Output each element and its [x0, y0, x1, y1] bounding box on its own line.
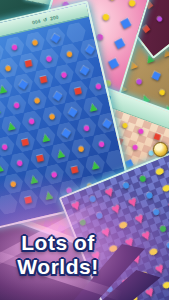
caption-line-2: Worlds! — [2, 255, 114, 279]
timer-badge-icon — [153, 142, 168, 157]
blue-diamond-gem[interactable]: ◆ — [119, 13, 134, 31]
blue-round-candy[interactable]: ● — [93, 207, 106, 223]
board-cell — [0, 193, 20, 216]
yellow-round-gem[interactable]: ● — [106, 0, 119, 4]
promo-screenshot: ●●■●◆▲●◆●■▲▲●◆■▲▲◆■▲◆▲▲●●◆▲▲▲●●▲●◆●◆▲●▲●… — [0, 0, 169, 300]
yellow-round-gem[interactable]: ● — [156, 84, 168, 99]
magenta-round-gem[interactable]: ● — [9, 40, 20, 54]
blue-diamond-gem[interactable]: ◆ — [78, 62, 91, 77]
magenta-round-gem[interactable]: ● — [96, 136, 107, 150]
orange-round-gem[interactable]: ● — [166, 1, 169, 15]
pink-heart-candy[interactable]: ♥ — [166, 196, 169, 213]
orange-round-gem[interactable]: ● — [8, 176, 19, 190]
red-square-gem[interactable]: ■ — [35, 151, 46, 165]
yellow-round-gem[interactable]: ● — [126, 0, 139, 11]
red-square-gem[interactable]: ■ — [20, 135, 31, 149]
yellow-round-gem[interactable]: ● — [100, 7, 113, 24]
orange-round-gem[interactable]: ● — [76, 141, 87, 155]
pink-heart-candy[interactable]: ♥ — [69, 196, 83, 213]
green-round-candy[interactable]: ● — [76, 213, 89, 229]
red-square-gem[interactable]: ■ — [23, 56, 34, 70]
blue-diamond-gem[interactable]: ◆ — [60, 125, 73, 140]
caption-line-1: Lots of — [2, 231, 114, 255]
green-triangle-gem[interactable]: ▲ — [41, 187, 56, 203]
red-square-gem[interactable]: ■ — [152, 129, 163, 143]
green-triangle-gem[interactable]: ▲ — [87, 157, 102, 173]
caption-text: Lots of Worlds! — [2, 231, 114, 279]
orange-round-gem[interactable]: ● — [32, 93, 43, 107]
green-triangle-gem[interactable]: ▲ — [26, 171, 41, 187]
purple-round-gem[interactable]: ● — [133, 73, 145, 88]
purple-round-gem[interactable]: ● — [152, 11, 165, 25]
red-square-gem[interactable]: ■ — [38, 72, 49, 86]
magenta-round-gem[interactable]: ● — [130, 139, 141, 153]
green-round-candy[interactable]: ● — [156, 220, 169, 236]
magenta-round-gem[interactable]: ● — [0, 139, 10, 153]
green-round-candy[interactable]: ● — [136, 170, 149, 186]
yellow-round-gem[interactable]: ● — [167, 61, 169, 76]
magenta-round-gem[interactable]: ● — [81, 120, 92, 134]
magenta-round-gem[interactable]: ● — [59, 67, 70, 81]
orange-round-gem[interactable]: ● — [64, 46, 75, 60]
green-triangle-gem[interactable]: ▲ — [0, 81, 10, 97]
orange-round-gem[interactable]: ● — [47, 109, 58, 123]
magenta-round-gem[interactable]: ● — [11, 98, 22, 112]
blue-round-candy[interactable]: ● — [163, 237, 169, 253]
blue-round-candy[interactable]: ● — [143, 186, 156, 202]
blue-diamond-gem[interactable]: ◆ — [66, 104, 79, 119]
pink-heart-candy[interactable]: ♥ — [139, 226, 153, 243]
pink-heart-candy[interactable]: ♥ — [152, 259, 166, 276]
magenta-round-gem[interactable]: ● — [49, 167, 60, 181]
blue-diamond-gem[interactable]: ◆ — [112, 33, 127, 51]
blue-round-candy[interactable]: ● — [86, 190, 99, 206]
blue-diamond-gem[interactable]: ◆ — [106, 53, 121, 71]
blue-diamond-gem[interactable]: ◆ — [84, 41, 97, 56]
pink-heart-candy[interactable]: ♥ — [132, 209, 146, 226]
red-square-gem[interactable]: ■ — [69, 162, 80, 176]
magenta-round-gem[interactable]: ● — [44, 51, 55, 65]
magenta-round-gem[interactable]: ● — [14, 155, 25, 169]
orange-round-gem[interactable]: ● — [30, 35, 41, 49]
orange-round-gem[interactable]: ● — [3, 60, 14, 74]
magenta-round-gem[interactable]: ● — [136, 123, 147, 137]
moves-counter: 004 — [31, 17, 40, 25]
score-counter: 200 — [49, 13, 58, 21]
pink-heart-candy[interactable]: ♥ — [102, 183, 116, 200]
magenta-round-gem[interactable]: ● — [93, 79, 104, 93]
yellow-round-gem[interactable]: ● — [120, 118, 131, 132]
pink-heart-candy[interactable]: ♥ — [126, 193, 140, 210]
undo-icon[interactable]: ↺ — [42, 16, 47, 23]
blue-round-candy[interactable]: ● — [119, 177, 132, 193]
green-triangle-gem[interactable]: ▲ — [38, 129, 53, 145]
blue-round-candy[interactable]: ● — [149, 203, 162, 219]
green-triangle-gem[interactable]: ▲ — [0, 159, 7, 175]
blue-diamond-gem[interactable]: ◆ — [149, 67, 163, 83]
blue-diamond-gem[interactable]: ◆ — [17, 76, 30, 91]
magenta-round-gem[interactable]: ● — [26, 114, 37, 128]
green-triangle-gem[interactable]: ▲ — [3, 118, 18, 134]
blue-diamond-gem[interactable]: ◆ — [49, 30, 62, 45]
red-square-gem[interactable]: ■ — [73, 83, 84, 97]
green-triangle-gem[interactable]: ▲ — [85, 99, 100, 115]
green-triangle-gem[interactable]: ▲ — [0, 102, 4, 118]
green-triangle-gem[interactable]: ▲ — [53, 145, 68, 161]
pink-heart-candy[interactable]: ♥ — [109, 199, 123, 216]
yellow-lemon-candy[interactable]: ● — [156, 179, 169, 196]
blue-diamond-gem[interactable]: ◆ — [51, 88, 64, 103]
red-square-gem[interactable]: ■ — [23, 192, 34, 206]
blue-diamond-gem[interactable]: ◆ — [101, 115, 114, 130]
